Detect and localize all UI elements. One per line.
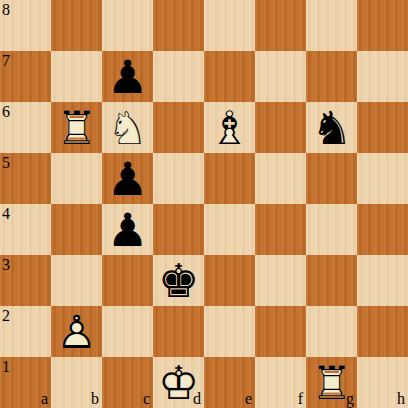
square-d6[interactable] [153,102,204,153]
square-d4[interactable] [153,204,204,255]
square-f2[interactable] [255,306,306,357]
file-label-f: f [298,391,303,407]
square-c6[interactable]: ♞♘ [102,102,153,153]
square-d1[interactable]: d♚♔ [153,357,204,408]
square-h2[interactable] [357,306,408,357]
square-d2[interactable] [153,306,204,357]
square-a6[interactable]: 6 [0,102,51,153]
square-g5[interactable] [306,153,357,204]
piece-black-king-d3[interactable]: ♚ [153,255,204,306]
square-b2[interactable]: ♟♙ [51,306,102,357]
square-f1[interactable]: f [255,357,306,408]
white-king-icon: ♔ [153,357,204,408]
rank-label-4: 4 [2,206,10,222]
square-h5[interactable] [357,153,408,204]
square-c5[interactable]: ♟ [102,153,153,204]
square-h8[interactable] [357,0,408,51]
square-a3[interactable]: 3 [0,255,51,306]
square-b5[interactable] [51,153,102,204]
square-e8[interactable] [204,0,255,51]
square-e3[interactable] [204,255,255,306]
piece-white-king-d1[interactable]: ♚♔ [153,357,204,408]
white-rook-icon: ♖ [306,357,357,408]
file-label-c: c [143,391,150,407]
square-f5[interactable] [255,153,306,204]
file-label-a: a [41,391,48,407]
square-b8[interactable] [51,0,102,51]
square-g1[interactable]: g♜♖ [306,357,357,408]
square-c8[interactable] [102,0,153,51]
rank-label-7: 7 [2,53,10,69]
black-pawn-icon: ♟ [102,153,153,204]
square-e7[interactable] [204,51,255,102]
square-e6[interactable]: ♝♗ [204,102,255,153]
file-label-h: h [397,391,405,407]
piece-white-rook-g1[interactable]: ♜♖ [306,357,357,408]
square-f8[interactable] [255,0,306,51]
white-knight-icon: ♘ [102,102,153,153]
square-h4[interactable] [357,204,408,255]
white-rook-icon: ♖ [51,102,102,153]
rank-label-2: 2 [2,308,10,324]
square-c2[interactable] [102,306,153,357]
square-g4[interactable] [306,204,357,255]
piece-black-pawn-c7[interactable]: ♟ [102,51,153,102]
square-a2[interactable]: 2 [0,306,51,357]
rank-label-1: 1 [2,359,10,375]
square-a4[interactable]: 4 [0,204,51,255]
square-g8[interactable] [306,0,357,51]
square-e5[interactable] [204,153,255,204]
file-label-b: b [91,391,99,407]
square-b6[interactable]: ♜♖ [51,102,102,153]
piece-black-pawn-c5[interactable]: ♟ [102,153,153,204]
piece-black-knight-g6[interactable]: ♞ [306,102,357,153]
piece-white-pawn-b2[interactable]: ♟♙ [51,306,102,357]
square-f3[interactable] [255,255,306,306]
square-h7[interactable] [357,51,408,102]
black-king-icon: ♚ [153,255,204,306]
piece-white-rook-b6[interactable]: ♜♖ [51,102,102,153]
square-a7[interactable]: 7 [0,51,51,102]
square-g3[interactable] [306,255,357,306]
file-label-e: e [245,391,252,407]
piece-white-bishop-e6[interactable]: ♝♗ [204,102,255,153]
square-a5[interactable]: 5 [0,153,51,204]
square-h1[interactable]: h [357,357,408,408]
white-bishop-icon: ♗ [204,102,255,153]
square-a8[interactable]: 8 [0,0,51,51]
rank-label-6: 6 [2,104,10,120]
square-d8[interactable] [153,0,204,51]
square-d3[interactable]: ♚ [153,255,204,306]
square-e2[interactable] [204,306,255,357]
square-f7[interactable] [255,51,306,102]
square-g7[interactable] [306,51,357,102]
square-h3[interactable] [357,255,408,306]
square-b1[interactable]: b [51,357,102,408]
square-f6[interactable] [255,102,306,153]
rank-label-3: 3 [2,257,10,273]
square-e4[interactable] [204,204,255,255]
square-c7[interactable]: ♟ [102,51,153,102]
square-b7[interactable] [51,51,102,102]
square-c3[interactable] [102,255,153,306]
square-b3[interactable] [51,255,102,306]
piece-black-pawn-c4[interactable]: ♟ [102,204,153,255]
rank-label-5: 5 [2,155,10,171]
square-c4[interactable]: ♟ [102,204,153,255]
chess-board: 87♟6♜♖♞♘♝♗♞5♟4♟3♚2♟♙1abcd♚♔efg♜♖h [0,0,408,408]
square-c1[interactable]: c [102,357,153,408]
square-e1[interactable]: e [204,357,255,408]
square-h6[interactable] [357,102,408,153]
black-pawn-icon: ♟ [102,51,153,102]
square-f4[interactable] [255,204,306,255]
square-g6[interactable]: ♞ [306,102,357,153]
square-b4[interactable] [51,204,102,255]
square-g2[interactable] [306,306,357,357]
square-a1[interactable]: 1a [0,357,51,408]
white-pawn-icon: ♙ [51,306,102,357]
rank-label-8: 8 [2,2,10,18]
black-pawn-icon: ♟ [102,204,153,255]
piece-white-knight-c6[interactable]: ♞♘ [102,102,153,153]
square-d7[interactable] [153,51,204,102]
square-d5[interactable] [153,153,204,204]
black-knight-icon: ♞ [306,102,357,153]
